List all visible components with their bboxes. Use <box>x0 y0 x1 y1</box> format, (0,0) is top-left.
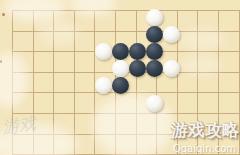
stone-white <box>95 43 112 60</box>
gomoku-board[interactable]: 游戏 游戏攻略 Qqaiqin.com <box>0 0 240 155</box>
stone-black <box>146 43 163 60</box>
stone-black <box>129 43 146 60</box>
faint-scribble-watermark: 游戏 <box>1 112 38 140</box>
watermark-title: 游戏攻略 <box>171 119 239 142</box>
speck <box>0 60 2 63</box>
stone-white <box>112 60 129 77</box>
stone-white <box>95 77 112 94</box>
smudge <box>178 28 226 50</box>
stone-black <box>146 26 163 43</box>
stone-black <box>112 77 129 94</box>
stone-white <box>163 26 180 43</box>
stone-black <box>112 43 129 60</box>
stone-black <box>129 60 146 77</box>
watermark-site: Qqaiqin.com <box>173 143 236 154</box>
stone-white <box>146 9 163 26</box>
smudge <box>38 22 80 44</box>
stone-white <box>146 95 163 112</box>
speck <box>2 13 5 16</box>
smudge <box>180 56 222 76</box>
